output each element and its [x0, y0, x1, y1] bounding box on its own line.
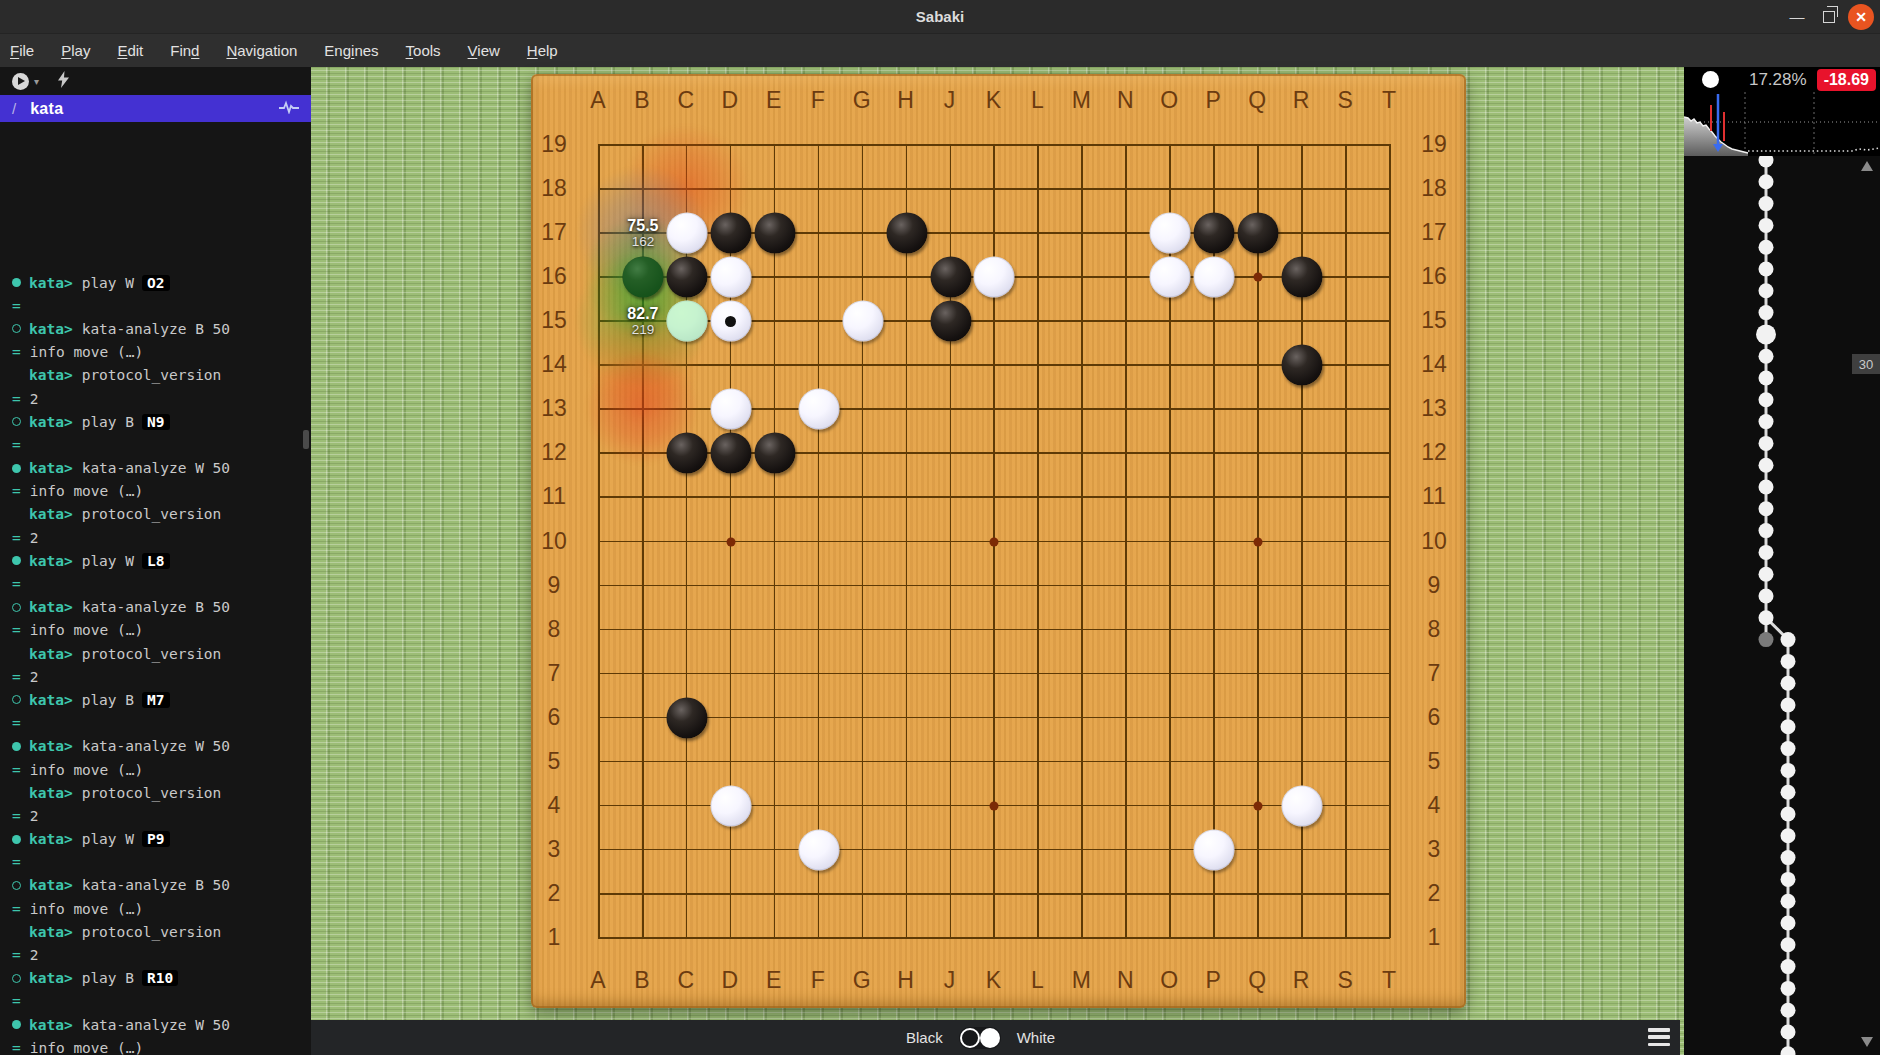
- winrate-value: 17.28%: [1749, 70, 1807, 90]
- console-response-line: =: [0, 990, 311, 1013]
- coordinate-letter: M: [1072, 87, 1091, 114]
- coordinate-number: 7: [548, 659, 561, 686]
- coordinate-letter: B: [634, 87, 649, 114]
- tree-node[interactable]: [1759, 610, 1774, 625]
- grid-line: [1081, 144, 1083, 938]
- black-stone-B16[interactable]: [622, 257, 663, 298]
- white-stone-D16[interactable]: [710, 257, 751, 298]
- tree-node[interactable]: [1759, 262, 1774, 277]
- tree-node[interactable]: [1781, 894, 1796, 909]
- coordinate-number: 8: [548, 615, 561, 642]
- console-response-line: =info move (…): [0, 1036, 311, 1055]
- pulse-icon: [279, 100, 299, 118]
- tree-node[interactable]: [1759, 480, 1774, 495]
- tree-node[interactable]: [1759, 545, 1774, 560]
- coordinate-number: 10: [1421, 527, 1447, 554]
- tree-node[interactable]: [1781, 959, 1796, 974]
- tree-node[interactable]: [1759, 523, 1774, 538]
- coordinate-number: 9: [1428, 571, 1441, 598]
- tree-node[interactable]: [1759, 218, 1774, 233]
- coordinate-letter: T: [1382, 87, 1396, 114]
- console-command-line: kata>play WO2: [0, 271, 311, 294]
- coordinate-number: 15: [541, 307, 567, 334]
- coordinate-number: 4: [548, 791, 561, 818]
- tree-node[interactable]: [1759, 567, 1774, 582]
- tree-node[interactable]: [1759, 501, 1774, 516]
- analysis-label-B15: 82.7219: [627, 305, 658, 337]
- console-command-line: kata>protocol_version: [0, 642, 311, 665]
- open-circle-icon: [12, 603, 21, 612]
- coordinate-number: 1: [548, 924, 561, 951]
- tree-node[interactable]: [1781, 654, 1796, 669]
- lightning-icon: [57, 71, 70, 88]
- grid-line: [598, 937, 1390, 939]
- tree-node[interactable]: [1759, 414, 1774, 429]
- grid-line: [598, 717, 1390, 719]
- menu-item-edit[interactable]: Edit: [117, 42, 143, 59]
- tree-node[interactable]: [1781, 1046, 1796, 1055]
- white-stone-P16[interactable]: [1194, 257, 1235, 298]
- console-command-line: kata>kata-analyze W 50: [0, 735, 311, 758]
- grid-line: [598, 585, 1390, 587]
- console-response-line: =info move (…): [0, 619, 311, 642]
- white-stone-D15[interactable]: [710, 301, 751, 342]
- coordinate-letter: P: [1206, 967, 1221, 994]
- coordinate-letter: A: [590, 87, 605, 114]
- menu-item-view[interactable]: View: [468, 42, 500, 59]
- menu-item-find[interactable]: Find: [170, 42, 199, 59]
- coordinate-letter: H: [897, 87, 914, 114]
- tree-node[interactable]: [1781, 719, 1796, 734]
- white-stone-F13[interactable]: [798, 389, 839, 430]
- coordinate-letter: Q: [1248, 87, 1266, 114]
- console-response-line: =: [0, 433, 311, 456]
- tree-node[interactable]: [1759, 436, 1774, 451]
- dropdown-caret-icon: ▾: [34, 76, 39, 87]
- tree-node[interactable]: [1781, 807, 1796, 822]
- title-bar: Sabaki — ✕: [0, 0, 1880, 33]
- coordinate-letter: J: [944, 87, 956, 114]
- black-stone-J15[interactable]: [930, 301, 971, 342]
- star-point: [990, 801, 999, 810]
- coordinate-letter: G: [853, 87, 871, 114]
- coordinate-letter: F: [811, 967, 825, 994]
- star-point: [1254, 537, 1263, 546]
- engine-name: kata: [30, 100, 63, 118]
- tree-node[interactable]: [1781, 741, 1796, 756]
- menu-item-tools[interactable]: Tools: [406, 42, 441, 59]
- black-stone-E12[interactable]: [754, 433, 795, 474]
- coordinate-number: 6: [1428, 703, 1441, 730]
- coordinate-letter: R: [1293, 87, 1310, 114]
- menu-item-help[interactable]: Help: [527, 42, 558, 59]
- coordinate-number: 13: [1421, 395, 1447, 422]
- analysis-label-B17: 75.5162: [627, 217, 658, 249]
- move-number-label: 30: [1852, 354, 1880, 374]
- analysis-tint: [622, 257, 663, 298]
- tree-node[interactable]: [1781, 916, 1796, 931]
- black-stone-P17[interactable]: [1194, 213, 1235, 254]
- coordinate-number: 18: [541, 175, 567, 202]
- winrate-graph[interactable]: [1684, 92, 1880, 156]
- coordinate-letter: E: [766, 967, 781, 994]
- tree-node[interactable]: [1781, 828, 1796, 843]
- coordinate-number: 13: [541, 395, 567, 422]
- black-stone-E17[interactable]: [754, 213, 795, 254]
- coordinate-letter: H: [897, 967, 914, 994]
- white-toggle-knob-icon: [980, 1028, 1000, 1048]
- console-command-line: kata>protocol_version: [0, 364, 311, 387]
- coordinate-letter: A: [590, 967, 605, 994]
- tree-node[interactable]: [1759, 305, 1774, 320]
- coordinate-number: 3: [548, 835, 561, 862]
- black-stone-J16[interactable]: [930, 257, 971, 298]
- black-stone-C6[interactable]: [666, 697, 707, 738]
- engine-row-kata[interactable]: / kata: [0, 95, 311, 122]
- coordinate-letter: D: [722, 87, 739, 114]
- coordinate-number: 17: [541, 219, 567, 246]
- star-point: [1254, 801, 1263, 810]
- open-circle-icon: [12, 881, 21, 890]
- console-response-line: =: [0, 572, 311, 595]
- black-stone-H17[interactable]: [886, 213, 927, 254]
- coordinate-number: 7: [1428, 659, 1441, 686]
- console-command-line: kata>play WL8: [0, 549, 311, 572]
- console-command-line: kata>play BM7: [0, 688, 311, 711]
- coordinate-letter: C: [678, 87, 695, 114]
- move-chip: R10: [142, 970, 178, 986]
- white-stone-D13[interactable]: [710, 389, 751, 430]
- player-switcher: Black White: [906, 1020, 1055, 1055]
- play-circle-icon: [12, 73, 29, 90]
- coordinate-letter: J: [944, 967, 956, 994]
- tree-node[interactable]: [1781, 632, 1796, 647]
- coordinate-letter: S: [1337, 967, 1352, 994]
- tree-node[interactable]: [1781, 698, 1796, 713]
- filled-circle-icon: [12, 1020, 21, 1029]
- console-response-line: =2: [0, 943, 311, 966]
- console-command-line: kata>play BN9: [0, 410, 311, 433]
- console-command-line: kata>protocol_version: [0, 781, 311, 804]
- coordinate-number: 2: [548, 879, 561, 906]
- white-stone-P3[interactable]: [1194, 829, 1235, 870]
- coordinate-number: 5: [548, 747, 561, 774]
- white-player-label: White: [1017, 1029, 1055, 1046]
- console-response-line: =: [0, 712, 311, 735]
- console-response-line: =info move (…): [0, 341, 311, 364]
- go-board[interactable]: ABCDEFGHJKLMNOPQRSTABCDEFGHJKLMNOPQRST19…: [531, 74, 1466, 1008]
- coordinate-letter: F: [811, 87, 825, 114]
- coordinate-letter: B: [634, 967, 649, 994]
- console-response-line: =2: [0, 526, 311, 549]
- white-stone-O17[interactable]: [1150, 213, 1191, 254]
- move-chip: O2: [142, 275, 169, 291]
- filled-circle-icon: [12, 556, 21, 565]
- move-chip: L8: [142, 553, 169, 569]
- tree-node[interactable]: [1781, 676, 1796, 691]
- console-command-line: kata>play BR10: [0, 967, 311, 990]
- console-command-line: kata>protocol_version: [0, 503, 311, 526]
- engine-toolbar: ▾: [0, 67, 323, 95]
- black-stone-C12[interactable]: [666, 433, 707, 474]
- grid-line: [1125, 144, 1127, 938]
- analysis-tint: [666, 301, 707, 342]
- console-command-line: kata>kata-analyze B 50: [0, 596, 311, 619]
- sabaki-window: Sabaki — ✕ FilePlayEditFindNavigationEng…: [0, 0, 1880, 1055]
- tree-node[interactable]: [1781, 763, 1796, 778]
- tree-node[interactable]: [1759, 156, 1774, 168]
- coordinate-number: 16: [1421, 263, 1447, 290]
- menu-item-navigation[interactable]: Navigation: [226, 42, 297, 59]
- coordinate-letter: E: [766, 87, 781, 114]
- coordinate-letter: N: [1117, 87, 1134, 114]
- engine-prefix: /: [12, 100, 16, 117]
- window-title: Sabaki: [0, 0, 1880, 33]
- console-command-line: kata>kata-analyze B 50: [0, 874, 311, 897]
- filled-circle-icon: [12, 278, 21, 287]
- coordinate-letter: T: [1382, 967, 1396, 994]
- player-toggle[interactable]: [959, 1027, 1001, 1049]
- coordinate-number: 12: [1421, 439, 1447, 466]
- white-stone-O16[interactable]: [1150, 257, 1191, 298]
- coordinate-number: 5: [1428, 747, 1441, 774]
- white-stone-C15[interactable]: [666, 301, 707, 342]
- grid-line: [598, 629, 1390, 631]
- console-response-line: =: [0, 294, 311, 317]
- hamburger-icon[interactable]: [1648, 1028, 1670, 1046]
- white-stone-R4[interactable]: [1282, 785, 1323, 826]
- tree-node[interactable]: [1759, 458, 1774, 473]
- coordinate-letter: S: [1337, 87, 1352, 114]
- coordinate-letter: O: [1160, 87, 1178, 114]
- menu-item-play[interactable]: Play: [61, 42, 90, 59]
- coordinate-letter: Q: [1248, 967, 1266, 994]
- coordinate-letter: M: [1072, 967, 1091, 994]
- console-command-line: kata>kata-analyze W 50: [0, 1013, 311, 1036]
- bottom-bar: Black White: [311, 1020, 1680, 1055]
- tree-node[interactable]: [1759, 392, 1774, 407]
- move-chip: N9: [142, 414, 169, 430]
- white-stone-C17[interactable]: [666, 213, 707, 254]
- move-chip: P9: [142, 831, 169, 847]
- close-icon: ✕: [1848, 4, 1874, 30]
- coordinate-number: 12: [541, 439, 567, 466]
- last-move-marker: [725, 316, 736, 327]
- coordinate-number: 18: [1421, 175, 1447, 202]
- coordinate-letter: L: [1031, 87, 1044, 114]
- engine-run-button[interactable]: ▾: [12, 73, 39, 90]
- coordinate-letter: P: [1206, 87, 1221, 114]
- white-stone-D4[interactable]: [710, 785, 751, 826]
- tree-node[interactable]: [1759, 371, 1774, 386]
- grid-line: [1389, 144, 1391, 938]
- filled-circle-icon: [12, 464, 21, 473]
- tree-node[interactable]: [1781, 872, 1796, 887]
- minimize-button[interactable]: —: [1782, 0, 1812, 33]
- coordinate-number: 11: [1422, 483, 1446, 510]
- grid-line: [598, 893, 1390, 895]
- coordinate-letter: C: [678, 967, 695, 994]
- grid-line: [598, 761, 1390, 763]
- coordinate-number: 15: [1421, 307, 1447, 334]
- tree-node-sibling[interactable]: [1759, 632, 1774, 647]
- grid-line: [598, 849, 1390, 851]
- right-panel: 17.28% -18.69: [1684, 67, 1880, 1055]
- coordinate-number: 14: [541, 351, 567, 378]
- black-stone-R16[interactable]: [1282, 257, 1323, 298]
- coordinate-number: 17: [1421, 219, 1447, 246]
- coordinate-letter: D: [722, 967, 739, 994]
- coordinate-number: 2: [1428, 879, 1441, 906]
- black-stone-D12[interactable]: [710, 433, 751, 474]
- tree-node[interactable]: [1781, 1003, 1796, 1018]
- black-player-label: Black: [906, 1029, 943, 1046]
- tree-node[interactable]: [1759, 349, 1774, 364]
- console-response-line: =2: [0, 665, 311, 688]
- restore-window-icon: [1823, 11, 1835, 23]
- star-point: [1254, 273, 1263, 282]
- open-circle-icon: [12, 695, 21, 704]
- black-stone-Q17[interactable]: [1238, 213, 1279, 254]
- console-response-line: =: [0, 851, 311, 874]
- star-point: [726, 537, 735, 546]
- tree-node[interactable]: [1781, 981, 1796, 996]
- menu-item-file[interactable]: File: [10, 42, 34, 59]
- star-point: [990, 537, 999, 546]
- black-stone-D17[interactable]: [710, 213, 751, 254]
- console-command-line: kata>kata-analyze W 50: [0, 457, 311, 480]
- open-circle-icon: [12, 324, 21, 333]
- triangle-up-icon[interactable]: [1860, 160, 1874, 172]
- coordinate-letter: R: [1293, 967, 1310, 994]
- console-command-line: kata>play WP9: [0, 828, 311, 851]
- console-command-line: kata>protocol_version: [0, 920, 311, 943]
- move-chip: M7: [142, 692, 169, 708]
- coordinate-number: 4: [1428, 791, 1441, 818]
- white-stone-K16[interactable]: [974, 257, 1015, 298]
- white-stone-icon: [1702, 71, 1719, 88]
- coordinate-letter: O: [1160, 967, 1178, 994]
- winrate-header: 17.28% -18.69: [1684, 67, 1880, 92]
- console-response-line: =2: [0, 387, 311, 410]
- console-command-line: kata>kata-analyze B 50: [0, 317, 311, 340]
- console-response-line: =2: [0, 804, 311, 827]
- white-stone-G15[interactable]: [842, 301, 883, 342]
- grid-line: [1345, 144, 1347, 938]
- coordinate-letter: K: [986, 87, 1001, 114]
- coordinate-number: 16: [541, 263, 567, 290]
- triangle-down-icon[interactable]: [1860, 1036, 1874, 1048]
- gtp-console[interactable]: kata>play WO2=kata>kata-analyze B 50=inf…: [0, 122, 311, 1055]
- engine-quick-button[interactable]: [57, 71, 70, 92]
- menu-bar: FilePlayEditFindNavigationEnginesToolsVi…: [0, 33, 1880, 67]
- tree-node[interactable]: [1781, 1025, 1796, 1040]
- coordinate-number: 3: [1428, 835, 1441, 862]
- coordinate-number: 1: [1428, 924, 1441, 951]
- open-circle-icon: [12, 417, 21, 426]
- console-response-line: =info move (…): [0, 758, 311, 781]
- tree-node[interactable]: [1759, 240, 1774, 255]
- coordinate-number: 19: [541, 131, 567, 158]
- black-stone-R14[interactable]: [1282, 345, 1323, 386]
- coordinate-number: 6: [548, 703, 561, 730]
- game-tree[interactable]: 30: [1684, 156, 1880, 1055]
- coordinate-number: 19: [1421, 131, 1447, 158]
- engine-sidebar: ▾ / kata kata>play WO2=kata>kata-analyze…: [0, 67, 311, 1055]
- coordinate-letter: K: [986, 967, 1001, 994]
- console-lines: kata>play WO2=kata>kata-analyze B 50=inf…: [0, 271, 311, 1055]
- coordinate-number: 14: [1421, 351, 1447, 378]
- restore-button[interactable]: [1814, 0, 1844, 33]
- close-button[interactable]: ✕: [1845, 0, 1877, 33]
- coordinate-letter: N: [1117, 967, 1134, 994]
- coordinate-number: 8: [1428, 615, 1441, 642]
- console-response-line: =info move (…): [0, 897, 311, 920]
- white-stone-F3[interactable]: [798, 829, 839, 870]
- filled-circle-icon: [12, 835, 21, 844]
- coordinate-number: 10: [541, 527, 567, 554]
- tree-node[interactable]: [1781, 850, 1796, 865]
- tree-node[interactable]: [1759, 283, 1774, 298]
- score-lead-badge: -18.69: [1817, 69, 1876, 91]
- tree-node[interactable]: [1781, 785, 1796, 800]
- tree-node[interactable]: [1759, 174, 1774, 189]
- grid-line: [1037, 144, 1039, 938]
- coordinate-letter: G: [853, 967, 871, 994]
- coordinate-number: 11: [542, 483, 566, 510]
- tree-node[interactable]: [1781, 937, 1796, 952]
- tree-node[interactable]: [1759, 589, 1774, 604]
- menu-item-engines[interactable]: Engines: [324, 42, 378, 59]
- console-response-line: =info move (…): [0, 480, 311, 503]
- console-vertical-scrollbar[interactable]: [303, 430, 309, 449]
- grid-line: [598, 673, 1390, 675]
- tree-node-current[interactable]: [1756, 324, 1776, 344]
- black-stone-C16[interactable]: [666, 257, 707, 298]
- open-circle-icon: [12, 974, 21, 983]
- filled-circle-icon: [12, 742, 21, 751]
- coordinate-number: 9: [548, 571, 561, 598]
- tree-node[interactable]: [1759, 196, 1774, 211]
- black-toggle-ring-icon: [960, 1028, 980, 1048]
- coordinate-letter: L: [1031, 967, 1044, 994]
